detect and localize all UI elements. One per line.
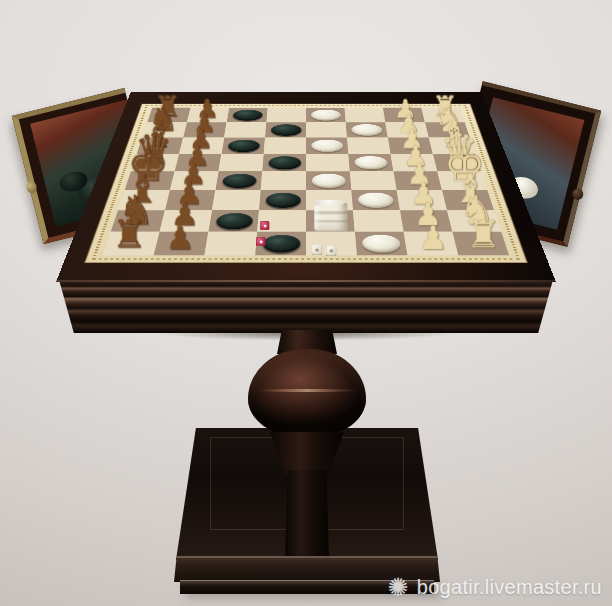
- red-die[interactable]: [260, 221, 269, 230]
- white-checker-f3[interactable]: [357, 192, 394, 207]
- square-c5[interactable]: [218, 154, 263, 171]
- table-top: ♜♟♟♜♞♟♟♞♝♟♟♝♛♟♟♛♚♟♟♚♝♟♟♝♞♟♟♞♜♟♟♜: [56, 92, 556, 282]
- red-die[interactable]: [256, 237, 265, 246]
- table-apron-molding: [48, 281, 564, 333]
- cream-rook-h1[interactable]: ♜: [466, 215, 500, 253]
- brown-rook-a1[interactable]: ♜: [112, 215, 146, 253]
- dark-checker-d1[interactable]: [262, 235, 300, 253]
- square-c7[interactable]: [224, 122, 266, 137]
- square-e2[interactable]: [306, 210, 355, 232]
- white-die[interactable]: [326, 246, 336, 256]
- left-drawer-knob-icon[interactable]: [25, 181, 38, 195]
- square-f7[interactable]: [346, 122, 388, 137]
- brown-pawn-b1[interactable]: ♟: [165, 221, 194, 253]
- square-c3[interactable]: [212, 190, 261, 210]
- cream-pawn-g1[interactable]: ♟: [418, 221, 447, 253]
- square-e8[interactable]: [306, 108, 346, 122]
- square-d7[interactable]: [265, 122, 306, 137]
- square-e7[interactable]: [306, 122, 347, 137]
- square-c8[interactable]: [227, 108, 268, 122]
- square-h1[interactable]: ♜: [452, 232, 509, 255]
- white-checker-f7[interactable]: [351, 124, 383, 136]
- square-d4[interactable]: [261, 171, 306, 190]
- dark-checker-c6[interactable]: [227, 139, 260, 151]
- square-c1[interactable]: [204, 232, 257, 255]
- white-checker-f1[interactable]: [361, 235, 401, 253]
- square-g1[interactable]: ♟: [404, 232, 459, 255]
- white-checker-f5[interactable]: [354, 156, 388, 169]
- square-f2[interactable]: [353, 210, 404, 232]
- square-c4[interactable]: [215, 171, 262, 190]
- square-c6[interactable]: [221, 138, 265, 154]
- square-e6[interactable]: [306, 138, 348, 154]
- square-d5[interactable]: [262, 154, 306, 171]
- dark-checker-d3[interactable]: [265, 192, 300, 207]
- square-b1[interactable]: ♟: [154, 232, 209, 255]
- pedestal-bulb: [248, 349, 366, 437]
- square-f5[interactable]: [348, 154, 393, 171]
- square-f1[interactable]: [355, 232, 408, 255]
- square-e5[interactable]: [306, 154, 350, 171]
- pedestal-column: [285, 470, 329, 556]
- square-e4[interactable]: [306, 171, 351, 190]
- right-drawer-knob-icon[interactable]: [571, 187, 584, 200]
- square-d1[interactable]: [255, 232, 306, 255]
- square-f8[interactable]: [344, 108, 385, 122]
- watermark: ✺ bogatir.livemaster.ru: [388, 575, 602, 600]
- star-snowflake-icon: ✺: [388, 575, 409, 600]
- chessboard: ♜♟♟♜♞♟♟♞♝♟♟♝♛♟♟♛♚♟♟♚♝♟♟♝♞♟♟♞♜♟♟♜: [85, 104, 527, 263]
- dark-checker-d7[interactable]: [270, 124, 301, 136]
- square-a1[interactable]: ♜: [103, 232, 160, 255]
- white-checker-e8[interactable]: [311, 110, 341, 121]
- square-d6[interactable]: [264, 138, 306, 154]
- dark-checker-c8[interactable]: [232, 110, 263, 121]
- square-d2[interactable]: [257, 210, 306, 232]
- white-die[interactable]: [312, 245, 322, 255]
- dark-checker-c4[interactable]: [221, 174, 256, 188]
- square-d3[interactable]: [259, 190, 306, 210]
- square-f6[interactable]: [347, 138, 391, 154]
- white-checker-stack-e2[interactable]: [314, 200, 347, 231]
- square-f4[interactable]: [350, 171, 397, 190]
- dark-checker-c2[interactable]: [215, 213, 253, 229]
- watermark-text: bogatir.livemaster.ru: [417, 576, 602, 599]
- dark-checker-d5[interactable]: [268, 156, 301, 169]
- white-checker-e4[interactable]: [311, 174, 345, 188]
- square-d8[interactable]: [266, 108, 306, 122]
- white-checker-e6[interactable]: [311, 139, 343, 151]
- square-e1[interactable]: [306, 232, 357, 255]
- square-f3[interactable]: [351, 190, 400, 210]
- square-c2[interactable]: [208, 210, 259, 232]
- board-grid: ♜♟♟♜♞♟♟♞♝♟♟♝♛♟♟♛♚♟♟♚♝♟♟♝♞♟♟♞♜♟♟♜: [103, 108, 509, 255]
- photo-scene: ♜♟♟♜♞♟♟♞♝♟♟♝♛♟♟♛♚♟♟♚♝♟♟♝♞♟♟♞♜♟♟♜ ✺ bogat…: [0, 0, 612, 606]
